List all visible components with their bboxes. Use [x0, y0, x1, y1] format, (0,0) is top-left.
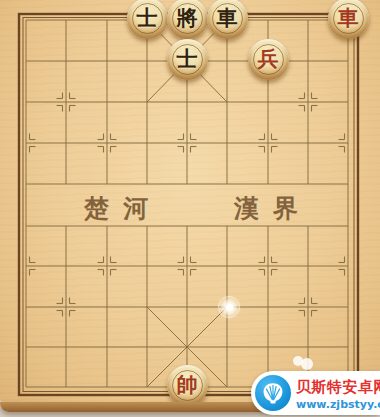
piece-glyph: 將: [177, 7, 198, 28]
watermark-site-url: www.zjbstyy.com: [296, 398, 380, 411]
xiangqi-board[interactable]: 楚河 漢界 士將車車士兵帥: [0, 0, 380, 404]
piece-black-general[interactable]: 將: [167, 0, 208, 39]
piece-black-chariot[interactable]: 車: [207, 0, 248, 39]
watermark-badge: 贝斯特安卓网 www.zjbstyy.com: [251, 371, 380, 415]
piece-red-soldier[interactable]: 兵: [248, 39, 289, 80]
piece-red-general[interactable]: 帥: [167, 365, 208, 406]
piece-glyph: 車: [338, 7, 359, 28]
river-label-right: 漢界: [234, 192, 312, 225]
watermark-decoration-dot: [301, 358, 313, 370]
piece-black-advisor[interactable]: 士: [167, 39, 208, 80]
piece-red-chariot[interactable]: 車: [328, 0, 369, 39]
piece-glyph: 士: [137, 7, 158, 28]
shell-logo-icon: [255, 375, 291, 411]
xiangqi-app-screen: 楚河 漢界 士將車車士兵帥 贝斯特安卓网 www.zjbstyy.com: [0, 0, 380, 417]
piece-glyph: 車: [217, 7, 238, 28]
piece-glyph: 帥: [177, 374, 198, 395]
piece-glyph: 士: [177, 48, 198, 69]
piece-glyph: 兵: [258, 48, 279, 69]
watermark-site-name: 贝斯特安卓网: [296, 378, 380, 397]
river-label-left: 楚河: [84, 192, 162, 225]
piece-black-advisor[interactable]: 士: [127, 0, 168, 39]
